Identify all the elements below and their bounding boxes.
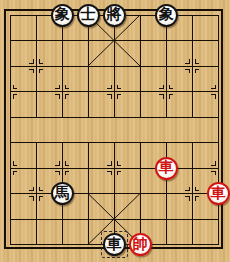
piece-red-chariot-i8[interactable]: 車 xyxy=(207,182,230,205)
piece-black-elephant-c1[interactable]: 象 xyxy=(51,4,74,27)
pieces-grid[interactable]: 象士將象車馬車車帥 xyxy=(0,2,230,257)
piece-black-advisor-d1[interactable]: 士 xyxy=(77,4,100,27)
piece-black-chariot-e10[interactable]: 車 xyxy=(103,233,126,256)
piece-red-chariot-g7[interactable]: 車 xyxy=(155,157,178,180)
piece-black-elephant-g1[interactable]: 象 xyxy=(155,4,178,27)
xiangqi-board-screenshot: 象士將象車馬車車帥 xyxy=(0,0,230,262)
piece-black-general-e1[interactable]: 將 xyxy=(103,4,126,27)
piece-black-horse-c8[interactable]: 馬 xyxy=(51,182,74,205)
piece-red-general-f10[interactable]: 帥 xyxy=(129,233,152,256)
